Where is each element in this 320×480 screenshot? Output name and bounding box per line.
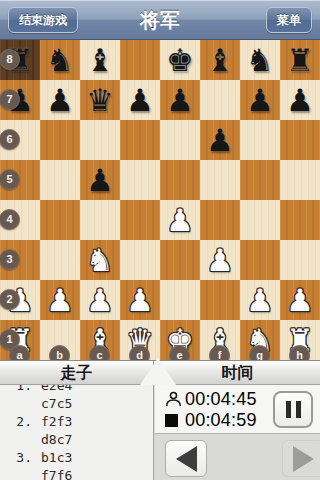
white-pawn[interactable]: ♟ <box>126 285 154 316</box>
white-clock-time: 00:04:45 <box>185 389 257 410</box>
moves-list: 1.e2e4c7c52.f2f3d8c73.b1c3f7f6 <box>0 385 154 480</box>
square-g5[interactable] <box>240 160 280 200</box>
white-pawn[interactable]: ♟ <box>206 245 234 276</box>
black-clock-time: 00:04:59 <box>185 410 257 431</box>
square-c7[interactable]: ♛ <box>80 80 120 120</box>
square-g2[interactable]: ♟ <box>240 280 280 320</box>
time-pane: 00:04:45 00:04:59 <box>155 385 320 480</box>
menu-button[interactable]: 菜单 <box>266 7 312 33</box>
black-pawn[interactable]: ♟ <box>86 165 114 196</box>
rank-label-8: 8 <box>0 49 20 70</box>
rank-label-2: 2 <box>0 289 20 310</box>
black-clock-row: 00:04:59 <box>165 410 257 430</box>
person-icon <box>165 391 185 407</box>
square-d5[interactable] <box>120 160 160 200</box>
black-pawn[interactable]: ♟ <box>166 85 194 116</box>
white-pawn[interactable]: ♟ <box>286 285 314 316</box>
forward-icon <box>293 446 314 472</box>
square-h6[interactable] <box>280 120 320 160</box>
square-h3[interactable] <box>280 240 320 280</box>
square-h4[interactable] <box>280 200 320 240</box>
black-pawn[interactable]: ♟ <box>46 85 74 116</box>
square-c6[interactable] <box>80 120 120 160</box>
moves-header: 走子 <box>0 361 154 385</box>
move-forward-button[interactable] <box>282 440 320 477</box>
square-f2[interactable] <box>200 280 240 320</box>
square-e8[interactable]: ♚ <box>160 40 200 80</box>
square-h7[interactable]: ♟ <box>280 80 320 120</box>
square-f4[interactable] <box>200 200 240 240</box>
square-d3[interactable] <box>120 240 160 280</box>
panel-collapse-arrow-icon[interactable] <box>140 358 176 385</box>
square-g7[interactable]: ♟ <box>240 80 280 120</box>
rank-label-4: 4 <box>0 209 20 230</box>
rank-label-6: 6 <box>0 129 20 150</box>
square-b6[interactable] <box>40 120 80 160</box>
chess-app: 结束游戏 将军 菜单 ♜♞♝♚♝♞♜♟♟♛♟♟♟♟♟♟♟♞♟♟♟♟♟♟♟♜♝♛♚… <box>0 0 320 480</box>
white-pawn[interactable]: ♟ <box>86 285 114 316</box>
white-knight[interactable]: ♞ <box>86 245 114 276</box>
pause-icon <box>286 401 291 418</box>
square-d4[interactable] <box>120 200 160 240</box>
square-e2[interactable] <box>160 280 200 320</box>
chess-board: ♜♞♝♚♝♞♜♟♟♛♟♟♟♟♟♟♟♞♟♟♟♟♟♟♟♜♝♛♚♝♞♜87654321… <box>0 40 320 360</box>
black-queen[interactable]: ♛ <box>86 85 114 116</box>
white-pawn[interactable]: ♟ <box>46 285 74 316</box>
black-knight[interactable]: ♞ <box>46 45 74 76</box>
black-king[interactable]: ♚ <box>166 45 194 76</box>
white-clock-row: 00:04:45 <box>165 389 257 409</box>
black-rook[interactable]: ♜ <box>286 45 314 76</box>
square-b2[interactable]: ♟ <box>40 280 80 320</box>
square-e6[interactable] <box>160 120 200 160</box>
move-entry: f7f6 <box>0 467 153 480</box>
time-header: 时间 <box>155 361 320 385</box>
square-d2[interactable]: ♟ <box>120 280 160 320</box>
square-h5[interactable] <box>280 160 320 200</box>
square-f5[interactable] <box>200 160 240 200</box>
rank-label-5: 5 <box>0 169 20 190</box>
square-b3[interactable] <box>40 240 80 280</box>
square-f7[interactable] <box>200 80 240 120</box>
square-h8[interactable]: ♜ <box>280 40 320 80</box>
rank-label-3: 3 <box>0 249 20 270</box>
square-b7[interactable]: ♟ <box>40 80 80 120</box>
square-d6[interactable] <box>120 120 160 160</box>
black-knight[interactable]: ♞ <box>246 45 274 76</box>
black-pawn[interactable]: ♟ <box>126 85 154 116</box>
square-f8[interactable]: ♝ <box>200 40 240 80</box>
square-c8[interactable]: ♝ <box>80 40 120 80</box>
white-pawn[interactable]: ♟ <box>246 285 274 316</box>
black-bishop[interactable]: ♝ <box>86 45 114 76</box>
navigation-bar: 结束游戏 将军 菜单 <box>0 0 320 40</box>
move-back-button[interactable] <box>165 440 207 477</box>
bottom-panel: 走子 时间 1.e2e4c7c52.f2f3d8c73.b1c3f7f6 00:… <box>0 360 320 480</box>
end-game-button[interactable]: 结束游戏 <box>8 7 78 33</box>
move-entry: d8c7 <box>0 431 153 449</box>
square-b8[interactable]: ♞ <box>40 40 80 80</box>
square-c4[interactable] <box>80 200 120 240</box>
black-square-icon <box>165 414 185 427</box>
square-e3[interactable] <box>160 240 200 280</box>
move-entry: 1.e2e4 <box>0 385 153 395</box>
square-f3[interactable]: ♟ <box>200 240 240 280</box>
square-g3[interactable] <box>240 240 280 280</box>
back-icon <box>176 446 197 472</box>
square-c3[interactable]: ♞ <box>80 240 120 280</box>
black-pawn[interactable]: ♟ <box>206 125 234 156</box>
rank-label-7: 7 <box>0 89 20 110</box>
white-pawn[interactable]: ♟ <box>166 205 194 236</box>
black-pawn[interactable]: ♟ <box>286 85 314 116</box>
square-f6[interactable]: ♟ <box>200 120 240 160</box>
square-c5[interactable]: ♟ <box>80 160 120 200</box>
clock-box: 00:04:45 00:04:59 <box>155 385 320 434</box>
square-d7[interactable]: ♟ <box>120 80 160 120</box>
square-g8[interactable]: ♞ <box>240 40 280 80</box>
square-e5[interactable] <box>160 160 200 200</box>
square-c2[interactable]: ♟ <box>80 280 120 320</box>
square-e4[interactable]: ♟ <box>160 200 200 240</box>
square-b4[interactable] <box>40 200 80 240</box>
square-g4[interactable] <box>240 200 280 240</box>
black-bishop[interactable]: ♝ <box>206 45 234 76</box>
black-pawn[interactable]: ♟ <box>246 85 274 116</box>
square-h2[interactable]: ♟ <box>280 280 320 320</box>
move-entry: 2.f2f3 <box>0 413 153 431</box>
square-b5[interactable] <box>40 160 80 200</box>
square-g6[interactable] <box>240 120 280 160</box>
move-entry: c7c5 <box>0 395 153 413</box>
square-d8[interactable] <box>120 40 160 80</box>
move-entry: 3.b1c3 <box>0 449 153 467</box>
pause-button[interactable] <box>273 391 313 428</box>
square-e7[interactable]: ♟ <box>160 80 200 120</box>
